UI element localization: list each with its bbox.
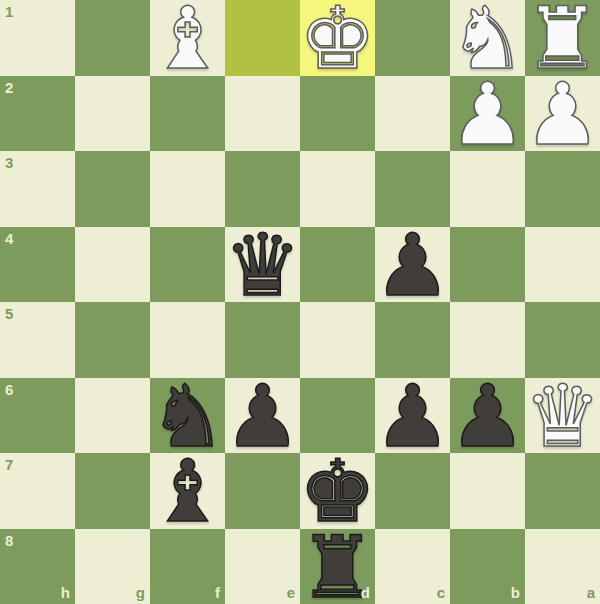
- chess-board: 1♝♚♞♜2♟♟34♛♟56♞♟♟♟♛7♝♚8hgfed♜cba: [0, 0, 600, 604]
- black-pawn-icon[interactable]: ♟: [374, 379, 451, 455]
- rank-label-6: 6: [5, 381, 13, 398]
- white-bishop-icon[interactable]: ♝: [149, 1, 226, 77]
- square-d3[interactable]: [300, 151, 375, 227]
- file-label-c: c: [437, 584, 445, 601]
- square-g8[interactable]: g: [75, 529, 150, 604]
- square-b4[interactable]: [450, 227, 525, 303]
- rank-label-5: 5: [5, 305, 13, 322]
- square-h5[interactable]: 5: [0, 302, 75, 378]
- square-d4[interactable]: [300, 227, 375, 303]
- square-e8[interactable]: e: [225, 529, 300, 604]
- square-d1[interactable]: ♚: [300, 0, 375, 76]
- black-pawn-icon[interactable]: ♟: [374, 228, 451, 304]
- square-c2[interactable]: [375, 76, 450, 152]
- square-b8[interactable]: b: [450, 529, 525, 604]
- square-c4[interactable]: ♟: [375, 227, 450, 303]
- square-e4[interactable]: ♛: [225, 227, 300, 303]
- rank-label-2: 2: [5, 79, 13, 96]
- square-e6[interactable]: ♟: [225, 378, 300, 454]
- square-h2[interactable]: 2: [0, 76, 75, 152]
- black-rook-icon[interactable]: ♜: [299, 530, 376, 604]
- square-e2[interactable]: [225, 76, 300, 152]
- square-f3[interactable]: [150, 151, 225, 227]
- square-d8[interactable]: d♜: [300, 529, 375, 604]
- white-king-icon[interactable]: ♚: [299, 1, 376, 77]
- square-f1[interactable]: ♝: [150, 0, 225, 76]
- file-label-f: f: [215, 584, 220, 601]
- square-h8[interactable]: 8h: [0, 529, 75, 604]
- square-h6[interactable]: 6: [0, 378, 75, 454]
- rank-label-7: 7: [5, 456, 13, 473]
- square-a8[interactable]: a: [525, 529, 600, 604]
- square-g4[interactable]: [75, 227, 150, 303]
- square-g1[interactable]: [75, 0, 150, 76]
- white-pawn-icon[interactable]: ♟: [449, 77, 526, 153]
- square-h3[interactable]: 3: [0, 151, 75, 227]
- rank-label-8: 8: [5, 532, 13, 549]
- square-g6[interactable]: [75, 378, 150, 454]
- file-label-a: a: [587, 584, 595, 601]
- black-pawn-icon[interactable]: ♟: [449, 379, 526, 455]
- square-d5[interactable]: [300, 302, 375, 378]
- file-label-g: g: [136, 584, 145, 601]
- square-g3[interactable]: [75, 151, 150, 227]
- black-bishop-icon[interactable]: ♝: [149, 454, 226, 530]
- square-f7[interactable]: ♝: [150, 453, 225, 529]
- square-a4[interactable]: [525, 227, 600, 303]
- square-b6[interactable]: ♟: [450, 378, 525, 454]
- square-h1[interactable]: 1: [0, 0, 75, 76]
- square-b2[interactable]: ♟: [450, 76, 525, 152]
- square-g2[interactable]: [75, 76, 150, 152]
- black-pawn-icon[interactable]: ♟: [224, 379, 301, 455]
- square-h7[interactable]: 7: [0, 453, 75, 529]
- file-label-b: b: [511, 584, 520, 601]
- white-pawn-icon[interactable]: ♟: [524, 77, 600, 153]
- black-queen-icon[interactable]: ♛: [224, 228, 301, 304]
- square-e1[interactable]: [225, 0, 300, 76]
- file-label-h: h: [61, 584, 70, 601]
- square-a2[interactable]: ♟: [525, 76, 600, 152]
- rank-label-3: 3: [5, 154, 13, 171]
- square-c6[interactable]: ♟: [375, 378, 450, 454]
- square-g7[interactable]: [75, 453, 150, 529]
- square-a6[interactable]: ♛: [525, 378, 600, 454]
- file-label-e: e: [287, 584, 295, 601]
- white-queen-icon[interactable]: ♛: [524, 379, 600, 455]
- square-f4[interactable]: [150, 227, 225, 303]
- square-c1[interactable]: [375, 0, 450, 76]
- square-g5[interactable]: [75, 302, 150, 378]
- rank-label-4: 4: [5, 230, 13, 247]
- square-h4[interactable]: 4: [0, 227, 75, 303]
- rank-label-1: 1: [5, 3, 13, 20]
- square-c8[interactable]: c: [375, 529, 450, 604]
